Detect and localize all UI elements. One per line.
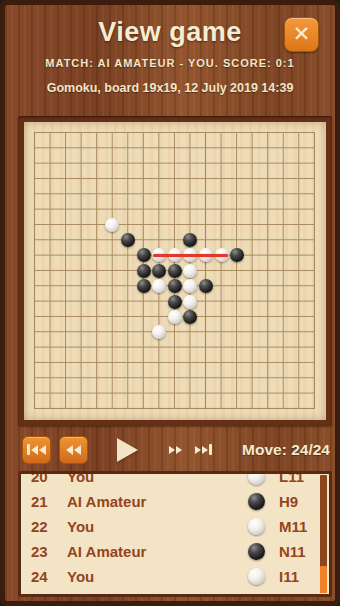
match-summary: MATCH: AI AMATEUR - YOU. SCORE: 0:1: [5, 57, 335, 69]
board-frame: [18, 116, 332, 426]
stone-black-L9: [199, 279, 213, 293]
skip-to-end-button[interactable]: [195, 444, 212, 455]
game-info: Gomoku, board 19x19, 12 July 2019 14:39: [5, 81, 335, 95]
stone-white-K10: [183, 264, 197, 278]
move-stone-icon-white: [248, 518, 265, 535]
move-counter: Move: 24/24: [242, 441, 332, 459]
stone-black-J10: [168, 264, 182, 278]
move-player: AI Amateur: [67, 543, 233, 560]
stone-white-K9: [183, 279, 197, 293]
stone-black-J8: [168, 295, 182, 309]
scrollbar-track[interactable]: [320, 475, 327, 593]
stone-black-K7: [183, 310, 197, 324]
move-list[interactable]: 20YouL1121AI AmateurH922YouM1123AI Amate…: [18, 471, 332, 597]
move-number: 24: [31, 568, 67, 585]
stone-black-J9: [168, 279, 182, 293]
move-row-20[interactable]: 20YouL11: [21, 471, 329, 489]
move-row-23[interactable]: 23AI AmateurN11: [21, 539, 329, 564]
rewind-icon: [66, 445, 73, 455]
move-number: 21: [31, 493, 67, 510]
stone-white-F13: [105, 218, 119, 232]
board-cells: [27, 125, 324, 418]
stone-black-H11: [137, 248, 151, 262]
playback-controls: Move: 24/24: [18, 435, 332, 464]
play-icon: [117, 438, 138, 462]
forward-button[interactable]: [169, 446, 182, 454]
move-player: You: [67, 568, 233, 585]
move-stone-icon-black: [248, 543, 265, 560]
move-number: 20: [31, 471, 67, 485]
move-stone-icon-white: [248, 568, 265, 585]
stone-black-H9: [137, 279, 151, 293]
stone-white-K8: [183, 295, 197, 309]
forward-icon: [169, 446, 175, 454]
move-stone-icon-black: [248, 493, 265, 510]
play-button[interactable]: [117, 438, 138, 462]
stone-black-N11: [230, 248, 244, 262]
stone-black-K12: [183, 233, 197, 247]
stone-white-J7: [168, 310, 182, 324]
rewind-button[interactable]: [59, 436, 88, 464]
skip-to-end-icon: [195, 446, 201, 454]
stone-white-I9: [152, 279, 166, 293]
skip-to-start-button[interactable]: [22, 436, 51, 464]
stone-black-H10: [137, 264, 151, 278]
move-number: 23: [31, 543, 67, 560]
close-button[interactable]: ✕: [284, 17, 319, 52]
stone-black-G12: [121, 233, 135, 247]
move-row-24[interactable]: 24YouI11: [21, 564, 329, 589]
move-player: AI Amateur: [67, 493, 233, 510]
close-icon: ✕: [293, 22, 311, 46]
move-stone-icon-white: [248, 471, 265, 485]
win-line: [153, 254, 227, 257]
skip-to-start-icon: [27, 444, 30, 455]
stone-black-I10: [152, 264, 166, 278]
scrollbar-thumb[interactable]: [320, 566, 327, 593]
gomoku-board: [24, 122, 326, 420]
stone-white-I6: [152, 325, 166, 339]
move-player: You: [67, 518, 233, 535]
move-row-22[interactable]: 22YouM11: [21, 514, 329, 539]
view-game-dialog: View game ✕ MATCH: AI AMATEUR - YOU. SCO…: [0, 0, 340, 606]
move-row-21[interactable]: 21AI AmateurH9: [21, 489, 329, 514]
move-player: You: [67, 471, 233, 485]
move-number: 22: [31, 518, 67, 535]
